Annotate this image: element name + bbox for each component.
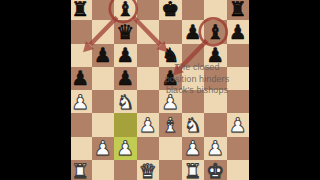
piece-wR-a1: ♜ — [71, 161, 89, 180]
square-f1[interactable]: ♜ — [182, 160, 205, 180]
caption-line: black's bishops — [149, 85, 245, 97]
piece-wB-e3: ♝ — [161, 115, 179, 135]
square-d3[interactable]: ♟ — [137, 113, 160, 136]
square-e2[interactable] — [159, 137, 182, 160]
square-g7[interactable]: ♝ — [204, 20, 227, 43]
piece-wQ-d1: ♛ — [139, 161, 157, 180]
square-g1[interactable]: ♚ — [204, 160, 227, 180]
piece-bQ-c7: ♛ — [116, 22, 134, 42]
square-c7[interactable]: ♛ — [114, 20, 137, 43]
square-g2[interactable]: ♟ — [204, 137, 227, 160]
square-h1[interactable] — [227, 160, 250, 180]
piece-wP-h3: ♟ — [229, 115, 247, 135]
square-c4[interactable]: ♞ — [114, 90, 137, 113]
square-a5[interactable]: ♟ — [69, 67, 92, 90]
square-f8[interactable] — [182, 0, 205, 20]
square-d8[interactable] — [137, 0, 160, 20]
caption-line: position hinders — [149, 74, 245, 86]
square-d1[interactable]: ♛ — [137, 160, 160, 180]
square-c6[interactable]: ♟ — [114, 44, 137, 67]
piece-bP-b6: ♟ — [94, 45, 112, 65]
square-c2[interactable]: ♟ — [114, 137, 137, 160]
square-f2[interactable]: ♟ — [182, 137, 205, 160]
square-a6[interactable] — [69, 44, 92, 67]
piece-wP-c2: ♟ — [116, 138, 134, 158]
piece-bB-c8: ♝ — [116, 0, 134, 19]
piece-wP-a4: ♟ — [71, 92, 89, 112]
square-b5[interactable] — [92, 67, 115, 90]
square-b3[interactable] — [92, 113, 115, 136]
square-d7[interactable] — [137, 20, 160, 43]
square-e7[interactable] — [159, 20, 182, 43]
square-h7[interactable]: ♟ — [227, 20, 250, 43]
square-a3[interactable] — [69, 113, 92, 136]
square-g8[interactable] — [204, 0, 227, 20]
square-e8[interactable]: ♚ — [159, 0, 182, 20]
video-frame: ♜♝♚♜♛♟♝♟♟♟♞♟♟♟♟♟♞♟♟♝♞♟♟♟♟♟♜♛♜♚ The close… — [0, 0, 320, 180]
square-e3[interactable]: ♝ — [159, 113, 182, 136]
square-c1[interactable] — [114, 160, 137, 180]
square-b4[interactable] — [92, 90, 115, 113]
piece-bB-g7: ♝ — [206, 22, 224, 42]
square-h2[interactable] — [227, 137, 250, 160]
piece-bP-f7: ♟ — [184, 22, 202, 42]
square-d2[interactable] — [137, 137, 160, 160]
square-c8[interactable]: ♝ — [114, 0, 137, 20]
square-c5[interactable]: ♟ — [114, 67, 137, 90]
piece-wP-f2: ♟ — [184, 138, 202, 158]
piece-wN-f3: ♞ — [184, 115, 202, 135]
piece-wN-c4: ♞ — [116, 92, 134, 112]
caption: The closed position hinders black's bish… — [149, 62, 245, 97]
square-g3[interactable] — [204, 113, 227, 136]
letterbox-right — [249, 0, 320, 180]
square-b8[interactable] — [92, 0, 115, 20]
piece-bK-e8: ♚ — [161, 0, 179, 19]
piece-bR-h8: ♜ — [229, 0, 247, 19]
letterbox-left — [0, 0, 71, 180]
piece-bP-h7: ♟ — [229, 22, 247, 42]
square-c3[interactable] — [114, 113, 137, 136]
square-h8[interactable]: ♜ — [227, 0, 250, 20]
square-b2[interactable]: ♟ — [92, 137, 115, 160]
square-f7[interactable]: ♟ — [182, 20, 205, 43]
piece-bP-a5: ♟ — [71, 68, 89, 88]
square-h3[interactable]: ♟ — [227, 113, 250, 136]
caption-line: The closed — [149, 62, 245, 74]
piece-bP-c5: ♟ — [116, 68, 134, 88]
square-a8[interactable]: ♜ — [69, 0, 92, 20]
square-b7[interactable] — [92, 20, 115, 43]
piece-bR-a8: ♜ — [71, 0, 89, 19]
piece-wR-f1: ♜ — [184, 161, 202, 180]
square-a4[interactable]: ♟ — [69, 90, 92, 113]
piece-bP-c6: ♟ — [116, 45, 134, 65]
square-b6[interactable]: ♟ — [92, 44, 115, 67]
square-e1[interactable] — [159, 160, 182, 180]
piece-wP-b2: ♟ — [94, 138, 112, 158]
piece-wP-d3: ♟ — [139, 115, 157, 135]
square-b1[interactable] — [92, 160, 115, 180]
square-a2[interactable] — [69, 137, 92, 160]
piece-wK-g1: ♚ — [206, 161, 224, 180]
square-f3[interactable]: ♞ — [182, 113, 205, 136]
piece-wP-g2: ♟ — [206, 138, 224, 158]
square-a1[interactable]: ♜ — [69, 160, 92, 180]
square-a7[interactable] — [69, 20, 92, 43]
